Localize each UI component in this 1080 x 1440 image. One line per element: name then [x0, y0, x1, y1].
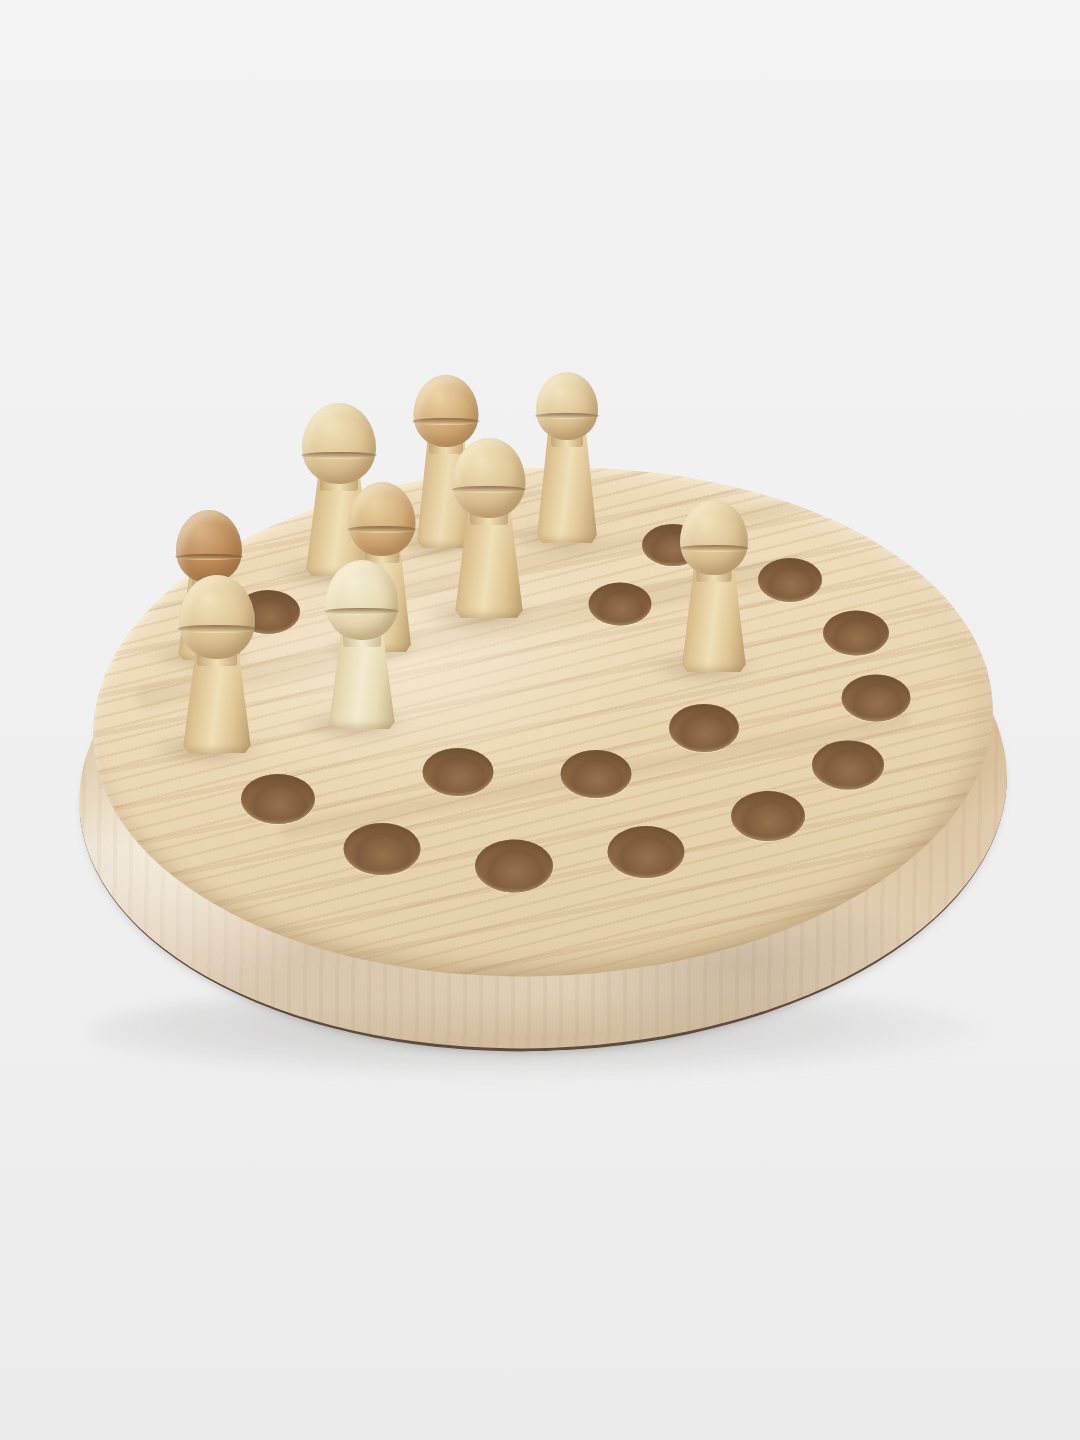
- peg-inner-5[interactable]: [450, 438, 529, 618]
- peg-outer-12[interactable]: [533, 372, 601, 543]
- pawn-head: [302, 403, 376, 484]
- pawn-head-groove: [325, 608, 399, 615]
- pawn-head-groove: [413, 418, 479, 424]
- hole-outer-14[interactable]: [758, 558, 822, 602]
- pawn-head: [414, 375, 479, 447]
- pawn-head: [453, 438, 526, 518]
- pawn-head-groove: [178, 625, 256, 633]
- pawn-head: [680, 500, 748, 575]
- pawn-head: [176, 510, 242, 583]
- hole-outer-4[interactable]: [475, 840, 553, 893]
- hole-outer-1[interactable]: [812, 741, 884, 790]
- pawn-head-groove: [452, 486, 526, 493]
- hole-outer-5[interactable]: [344, 823, 421, 875]
- hole-outer-0[interactable]: [842, 675, 911, 722]
- peg-inner-7[interactable]: [677, 500, 751, 672]
- memory-chess-scene: [0, 0, 1080, 1440]
- peg-outer-7[interactable]: [176, 575, 258, 753]
- hole-inner-1[interactable]: [561, 750, 632, 798]
- pawn-head: [349, 482, 416, 556]
- pawn-head-groove: [301, 452, 376, 459]
- hole-outer-15[interactable]: [823, 611, 889, 656]
- hole-inner-6[interactable]: [589, 583, 652, 626]
- pawn-head-groove: [348, 526, 416, 533]
- hole-outer-2[interactable]: [731, 791, 805, 841]
- peg-inner-3[interactable]: [323, 560, 402, 729]
- pawn-head-groove: [679, 545, 748, 552]
- pawn-head: [326, 560, 399, 640]
- pawn-head-groove: [175, 554, 242, 561]
- pawn-head: [179, 575, 255, 659]
- pawn-head: [536, 372, 598, 440]
- hole-inner-0[interactable]: [669, 704, 739, 752]
- hole-inner-2[interactable]: [423, 748, 494, 796]
- hole-outer-6[interactable]: [241, 774, 315, 824]
- hole-outer-3[interactable]: [608, 826, 685, 878]
- pawn-head-groove: [535, 413, 598, 419]
